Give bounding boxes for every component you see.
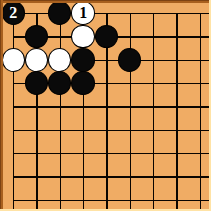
board-intersection[interactable] (71, 71, 94, 94)
white-stone[interactable] (25, 48, 48, 72)
black-stone[interactable] (71, 48, 94, 72)
board-intersection[interactable] (71, 48, 94, 71)
board-intersection[interactable] (95, 25, 118, 48)
board-intersection[interactable] (71, 25, 94, 48)
board-edge-top (0, 0, 211, 3)
move-number-label: 2 (9, 5, 17, 21)
board-intersection[interactable] (25, 71, 48, 94)
board-intersection[interactable] (48, 2, 71, 25)
board-intersection[interactable] (25, 48, 48, 71)
stones-layer: 21 (2, 2, 212, 212)
board-intersection[interactable] (48, 71, 71, 94)
white-stone-move-1[interactable]: 1 (71, 1, 94, 25)
board-intersection[interactable] (118, 48, 141, 71)
board-edge-right (209, 0, 211, 211)
black-stone[interactable] (118, 48, 141, 72)
move-number-label: 1 (79, 5, 87, 21)
board-intersection[interactable] (25, 25, 48, 48)
board-edge-left (0, 0, 3, 211)
black-stone[interactable] (71, 71, 94, 95)
board-intersection[interactable] (2, 48, 25, 71)
board-intersection[interactable]: 1 (71, 2, 94, 25)
board-intersection[interactable] (48, 48, 71, 71)
black-stone[interactable] (48, 1, 71, 25)
black-stone[interactable] (48, 71, 71, 95)
black-stone[interactable] (25, 25, 48, 49)
black-stone[interactable] (95, 25, 118, 49)
board-intersection[interactable]: 2 (2, 2, 25, 25)
white-stone[interactable] (2, 48, 25, 72)
black-stone-move-2[interactable]: 2 (2, 1, 25, 25)
black-stone[interactable] (25, 71, 48, 95)
white-stone[interactable] (71, 25, 94, 49)
board-edge-bottom (0, 209, 211, 211)
go-board-diagram[interactable]: 21 (0, 0, 211, 211)
white-stone[interactable] (48, 48, 71, 72)
